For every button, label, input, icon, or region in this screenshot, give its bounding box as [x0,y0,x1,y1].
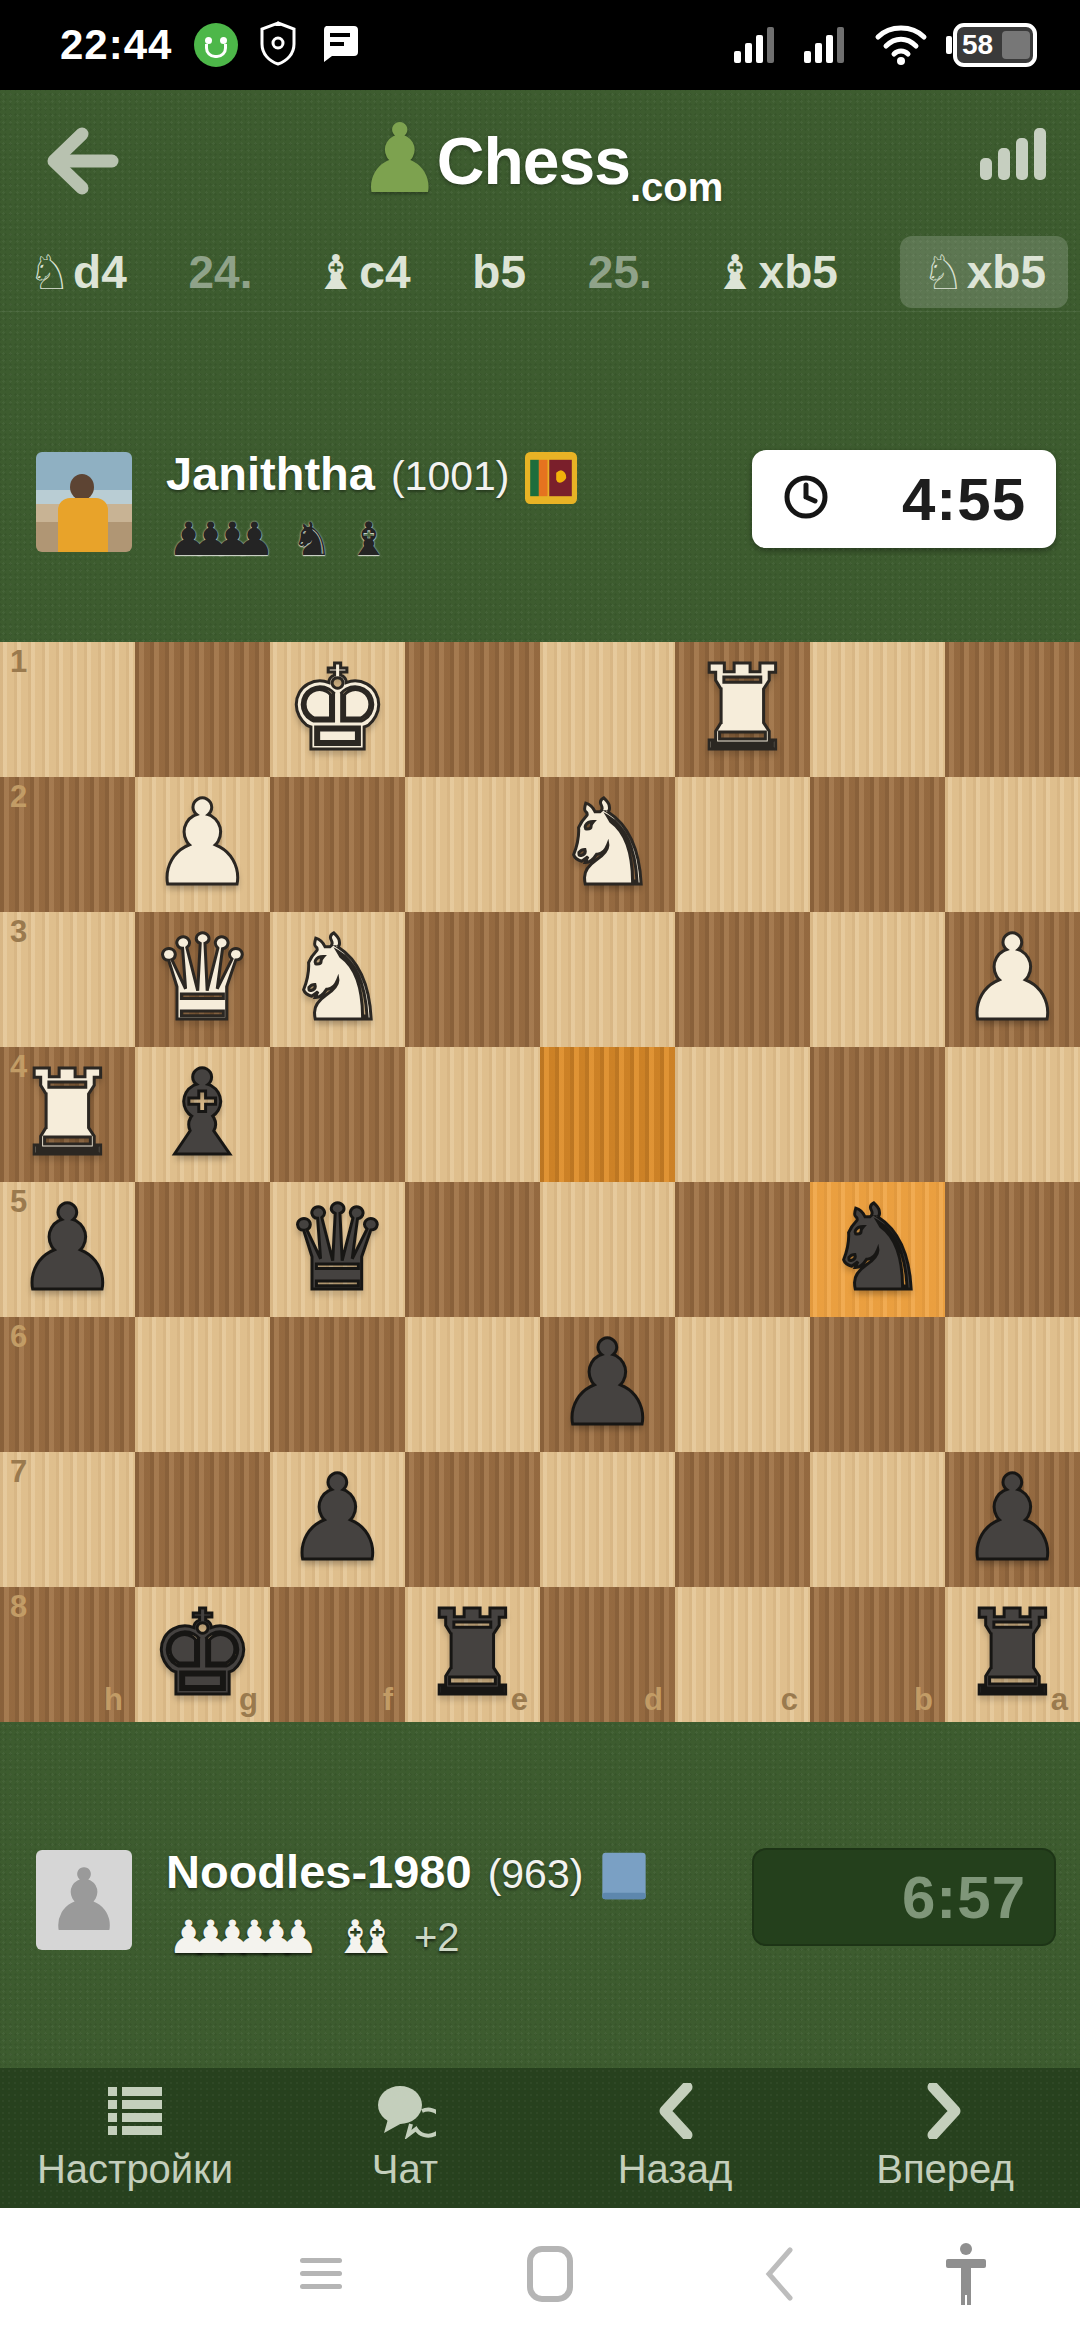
chess-app-screen: 22:44 58 [0,0,1080,2340]
square-a6[interactable] [945,1317,1080,1452]
logo-text: Chess [437,123,630,199]
player-top-clock: 4:55 [752,450,1056,548]
file-label-f: f [383,1682,393,1718]
player-top-captured-pieces: ♟♟♟♟ ♞ ♝ [168,512,390,566]
square-e3[interactable] [405,912,540,1047]
sri-lanka-flag-icon [525,452,577,504]
square-h6[interactable]: 6 [0,1317,135,1452]
square-f5[interactable]: ♛ [270,1182,405,1317]
rank-label-6: 6 [10,1319,27,1355]
nav-back-label: Назад [618,2147,733,2192]
rank-label-1: 1 [10,644,27,680]
rank-label-5: 5 [10,1184,27,1220]
square-d4[interactable] [540,1047,675,1182]
battery-percent: 58 [962,29,993,61]
square-b5[interactable]: ♞ [810,1182,945,1317]
square-d8[interactable]: d [540,1587,675,1722]
move-number-25: 25. [588,245,652,299]
bishop-figurine-icon: ♝ [714,244,757,300]
player-top-time: 4:55 [902,465,1026,534]
piece-white-knight[interactable]: ♞ [270,912,405,1047]
square-g8[interactable]: ♚g [135,1587,270,1722]
move-number-24: 24. [189,245,253,299]
square-f8[interactable]: f [270,1587,405,1722]
square-b3[interactable] [810,912,945,1047]
square-a4[interactable] [945,1047,1080,1182]
square-d3[interactable] [540,912,675,1047]
nav-back-button[interactable]: Назад [540,2068,810,2208]
player-top-name[interactable]: Janiththa [166,446,375,501]
player-top-rating: (1001) [391,453,510,500]
square-c3[interactable] [675,912,810,1047]
player-top-avatar[interactable] [36,452,132,552]
square-a3[interactable]: ♟ [945,912,1080,1047]
move-nd4[interactable]: ♘d4 [28,244,127,300]
rank-label-2: 2 [10,779,27,815]
home-icon[interactable] [524,2208,576,2340]
wifi-icon [872,21,930,69]
square-c7[interactable] [675,1452,810,1587]
square-h5[interactable]: ♟5 [0,1182,135,1317]
rank-label-3: 3 [10,914,27,950]
square-e5[interactable] [405,1182,540,1317]
file-label-c: c [781,1682,798,1718]
nav-chat-button[interactable]: Чат [270,2068,540,2208]
player-bottom-captured-pieces: ♟♟♟♟♟♟ ♝♝ +2 [168,1910,460,1964]
square-f1[interactable]: ♚ [270,642,405,777]
nav-settings-label: Настройки [37,2147,233,2192]
piece-white-knight[interactable]: ♞ [540,777,675,912]
move-b5[interactable]: b5 [472,245,526,299]
piece-black-knight[interactable]: ♞ [810,1182,945,1317]
bishop-figurine-icon: ♝ [314,244,357,300]
piece-black-pawn[interactable]: ♟ [270,1452,405,1587]
piece-black-queen[interactable]: ♛ [270,1182,405,1317]
player-bottom-clock: 6:57 [752,1848,1056,1946]
file-label-h: h [104,1682,123,1718]
square-h3[interactable]: 3 [0,912,135,1047]
player-bottom-time: 6:57 [902,1863,1026,1932]
square-b1[interactable] [810,642,945,777]
chevron-left-icon [657,2085,693,2137]
square-b7[interactable] [810,1452,945,1587]
square-a8[interactable]: ♜a [945,1587,1080,1722]
square-d7[interactable] [540,1452,675,1587]
nav-forward-label: Вперед [876,2147,1014,2192]
rank-label-4: 4 [10,1049,27,1085]
square-f2[interactable] [270,777,405,912]
square-g4[interactable]: ♝ [135,1047,270,1182]
square-g7[interactable] [135,1452,270,1587]
android-system-bar [0,2208,1080,2340]
logo-suffix: .com [630,165,723,210]
piece-white-pawn[interactable]: ♟ [945,912,1080,1047]
square-e4[interactable] [405,1047,540,1182]
square-h4[interactable]: ♜4 [0,1047,135,1182]
status-bar: 22:44 58 [0,0,1080,90]
square-c2[interactable] [675,777,810,912]
nav-forward-button[interactable]: Вперед [810,2068,1080,2208]
square-g6[interactable] [135,1317,270,1452]
chat-bubbles-icon [374,2085,436,2137]
square-f7[interactable]: ♟ [270,1452,405,1587]
notification-app-icon [194,23,238,67]
logo-pawn-icon: ♟ [357,111,443,207]
square-h1[interactable]: 1 [0,642,135,777]
bottom-nav-bar: Настройки Чат Назад Вперед [0,2068,1080,2208]
move-list-bar: ♘d4 24. ♝c4 b5 25. ♝xb5 ♘xb5 [0,232,1080,312]
accessibility-icon[interactable] [938,2208,994,2340]
cellular-signal-icon-2 [802,21,856,69]
square-b2[interactable] [810,777,945,912]
recents-icon[interactable] [296,2208,346,2340]
knight-figurine-icon: ♘ [922,244,965,300]
player-top-panel: Janiththa (1001) ♟♟♟♟ ♞ ♝ 4:55 [0,440,1080,600]
square-d6[interactable]: ♟ [540,1317,675,1452]
chess-board: 1♚♜2♟♞3♛♞♟♜4♝♟5♛♞6♟7♟♟8h♚gf♜edcb♜a [0,642,1080,1722]
cellular-signal-icon-1 [732,21,786,69]
chevron-right-icon [927,2085,963,2137]
file-label-a: a [1051,1682,1068,1718]
square-c6[interactable] [675,1317,810,1452]
square-b4[interactable] [810,1047,945,1182]
square-c4[interactable] [675,1047,810,1182]
blue-flag-icon [599,1850,651,1902]
message-notification-icon [318,22,360,68]
square-c1[interactable]: ♜ [675,642,810,777]
square-b8[interactable]: b [810,1587,945,1722]
square-b6[interactable] [810,1317,945,1452]
square-f4[interactable] [270,1047,405,1182]
square-a7[interactable]: ♟ [945,1452,1080,1587]
square-g1[interactable] [135,642,270,777]
piece-white-rook[interactable]: ♜ [675,642,810,777]
file-label-b: b [914,1682,933,1718]
square-f3[interactable]: ♞ [270,912,405,1047]
chesscom-logo: ♟ Chess .com [0,90,1080,232]
file-label-d: d [644,1682,663,1718]
piece-black-pawn[interactable]: ♟ [945,1452,1080,1587]
piece-white-king[interactable]: ♚ [270,642,405,777]
clock-icon [782,473,830,525]
square-a5[interactable] [945,1182,1080,1317]
square-c5[interactable] [675,1182,810,1317]
move-bc4[interactable]: ♝c4 [314,244,410,300]
nav-settings-button[interactable]: Настройки [0,2068,270,2208]
settings-list-icon [106,2085,164,2137]
square-g2[interactable]: ♟ [135,777,270,912]
status-time: 22:44 [60,21,172,69]
file-label-e: e [511,1682,528,1718]
piece-black-pawn[interactable]: ♟ [540,1317,675,1452]
square-e7[interactable] [405,1452,540,1587]
square-h7[interactable]: 7 [0,1452,135,1587]
square-e1[interactable] [405,642,540,777]
rank-label-8: 8 [10,1589,27,1625]
square-a2[interactable] [945,777,1080,912]
player-bottom-rating: (963) [488,1851,584,1898]
square-d5[interactable] [540,1182,675,1317]
square-h8[interactable]: 8h [0,1587,135,1722]
move-nxb5-current[interactable]: ♘xb5 [900,236,1068,308]
shield-notification-icon [258,20,298,70]
battery-icon: 58 [946,22,1038,68]
square-c8[interactable]: c [675,1587,810,1722]
connection-bars-icon[interactable] [978,126,1050,186]
player-bottom-avatar[interactable]: ♟ [36,1850,132,1950]
square-d2[interactable]: ♞ [540,777,675,912]
square-d1[interactable] [540,642,675,777]
piece-black-bishop[interactable]: ♝ [135,1047,270,1182]
app-header: ♟ Chess .com [0,90,1080,232]
piece-white-pawn[interactable]: ♟ [135,777,270,912]
material-advantage: +2 [414,1915,460,1960]
file-label-g: g [239,1682,258,1718]
square-g3[interactable]: ♛ [135,912,270,1047]
back-chevron-icon[interactable] [762,2208,796,2340]
square-a1[interactable] [945,642,1080,777]
square-e6[interactable] [405,1317,540,1452]
nav-chat-label: Чат [372,2147,438,2192]
player-bottom-panel: ♟ Noodles-1980 (963) ♟♟♟♟♟♟ ♝♝ +2 6:57 [0,1838,1080,1998]
player-bottom-name[interactable]: Noodles-1980 [166,1844,472,1899]
square-f6[interactable] [270,1317,405,1452]
square-e8[interactable]: ♜e [405,1587,540,1722]
square-e2[interactable] [405,777,540,912]
square-g5[interactable] [135,1182,270,1317]
move-bxb5[interactable]: ♝xb5 [714,244,838,300]
knight-figurine-icon: ♘ [28,244,71,300]
rank-label-7: 7 [10,1454,27,1490]
piece-white-queen[interactable]: ♛ [135,912,270,1047]
square-h2[interactable]: 2 [0,777,135,912]
